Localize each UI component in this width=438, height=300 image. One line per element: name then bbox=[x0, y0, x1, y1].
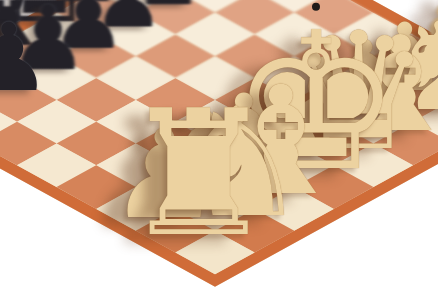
chess-board: ♜♟♟♜♞♟♟♞♝♟♟♝♛♟♟♛♚♟♟♚♝♟♟♝♞♟♟♞♜♟♟♜ bbox=[0, 0, 438, 287]
chess-photo-scene: ♜♟♟♜♞♟♟♞♝♟♟♝♛♟♟♛♚♟♟♚♝♟♟♝♞♟♟♞♜♟♟♜ bbox=[0, 0, 438, 300]
